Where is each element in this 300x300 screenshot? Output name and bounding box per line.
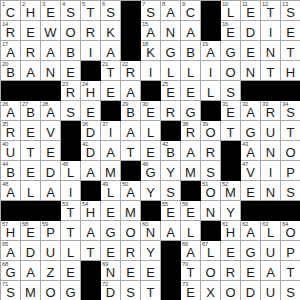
grid-cell[interactable]: L [161, 61, 181, 81]
cell-letter: R [201, 145, 220, 160]
cell-letter: R [181, 125, 200, 140]
block-cell [281, 201, 300, 221]
cell-letter: A [1, 45, 20, 60]
cell-letter: S [121, 285, 140, 300]
cell-letter: R [221, 265, 240, 280]
grid-cell[interactable]: 61H [221, 221, 241, 241]
cell-letter: T [261, 5, 280, 20]
grid-cell[interactable]: 71S [1, 281, 21, 300]
grid-cell[interactable]: O [221, 281, 241, 300]
grid-cell[interactable]: P [281, 161, 300, 181]
grid-cell[interactable]: Z [41, 261, 61, 281]
grid-cell[interactable]: 33R [261, 101, 281, 121]
grid-cell[interactable]: G [181, 101, 201, 121]
grid-cell[interactable]: N [241, 61, 261, 81]
grid-cell[interactable]: U [261, 281, 281, 300]
grid-cell[interactable]: I [261, 161, 281, 181]
grid-cell[interactable]: N [261, 41, 281, 61]
grid-cell[interactable]: T [81, 241, 101, 261]
grid-cell[interactable]: D [241, 21, 261, 41]
block-cell [121, 161, 141, 181]
grid-cell[interactable]: 45L [61, 161, 81, 181]
cell-letter: I [101, 125, 120, 140]
block-cell [61, 141, 81, 161]
grid-cell[interactable]: E [221, 241, 241, 261]
grid-cell[interactable]: 24H [81, 81, 101, 101]
grid-cell[interactable]: A [181, 21, 201, 41]
grid-cell[interactable]: 14R [1, 21, 21, 41]
cell-letter: T [261, 65, 280, 80]
grid-cell[interactable]: A [41, 41, 61, 61]
grid-cell[interactable]: 64O [281, 221, 300, 241]
grid-cell[interactable]: B [181, 41, 201, 61]
grid-cell[interactable]: 6S [101, 1, 121, 21]
grid-cell[interactable]: H [281, 61, 300, 81]
grid-cell[interactable]: E [241, 41, 261, 61]
cell-letter: S [1, 285, 20, 300]
cell-letter: Z [41, 265, 60, 280]
grid-cell[interactable]: 39O [201, 121, 221, 141]
cell-letter: U [261, 285, 280, 300]
grid-cell[interactable]: M [121, 201, 141, 221]
grid-cell[interactable]: D [41, 161, 61, 181]
grid-cell[interactable]: 31E [221, 101, 241, 121]
grid-cell[interactable]: 49L [101, 181, 121, 201]
grid-cell[interactable]: I [81, 41, 101, 61]
grid-cell[interactable]: I [141, 61, 161, 81]
cell-letter: D [101, 285, 120, 300]
grid-cell[interactable]: 30E [141, 101, 161, 121]
grid-cell[interactable]: A [81, 161, 101, 181]
grid-cell[interactable]: E [101, 241, 121, 261]
grid-cell[interactable]: D [21, 241, 41, 261]
grid-cell[interactable]: G [61, 281, 81, 300]
block-cell [41, 81, 61, 101]
cell-letter: T [281, 265, 300, 280]
block-cell [1, 201, 21, 221]
grid-cell[interactable]: A [101, 41, 121, 61]
grid-cell[interactable]: S [161, 181, 181, 201]
grid-cell[interactable]: 21T [101, 61, 121, 81]
grid-cell[interactable]: R [121, 241, 141, 261]
cell-letter: Y [161, 165, 180, 180]
grid-cell[interactable]: T [141, 281, 161, 300]
grid-cell[interactable]: T [121, 141, 141, 161]
grid-cell[interactable]: 48A [1, 181, 21, 201]
cell-letter: E [241, 185, 260, 200]
grid-cell[interactable]: M [101, 161, 121, 181]
grid-cell[interactable]: 43A [241, 141, 261, 161]
cell-letter: K [101, 25, 120, 40]
cell-letter: A [241, 105, 260, 120]
cell-letter: G [141, 165, 160, 180]
grid-cell[interactable]: 70T [181, 261, 201, 281]
grid-cell[interactable]: E [141, 141, 161, 161]
grid-cell[interactable]: T [61, 221, 81, 241]
cell-letter: A [1, 245, 20, 260]
grid-cell[interactable]: N [261, 141, 281, 161]
grid-cell[interactable]: E [241, 181, 261, 201]
grid-cell[interactable]: E [61, 61, 81, 81]
grid-cell[interactable]: 23R [61, 81, 81, 101]
cell-letter: V [41, 125, 60, 140]
cell-letter: G [61, 285, 80, 300]
cell-letter: E [61, 265, 80, 280]
block-cell [41, 201, 61, 221]
cell-letter: S [281, 5, 300, 20]
cell-letter: R [81, 25, 100, 40]
cell-letter: C [181, 5, 200, 20]
grid-cell[interactable]: Y [141, 241, 161, 261]
grid-cell[interactable]: 25E [161, 81, 181, 101]
grid-cell[interactable]: 13S [281, 1, 300, 21]
grid-cell[interactable]: T [221, 121, 241, 141]
cell-letter: E [181, 285, 200, 300]
grid-cell[interactable]: 65A [1, 241, 21, 261]
grid-cell[interactable]: 3E [41, 1, 61, 21]
cell-letter: L [161, 65, 180, 80]
grid-cell[interactable]: U [261, 241, 281, 261]
block-cell [141, 81, 161, 101]
cell-letter: L [101, 185, 120, 200]
block-cell [201, 101, 221, 121]
grid-cell[interactable]: N [41, 61, 61, 81]
grid-cell[interactable]: E [61, 261, 81, 281]
cell-letter: E [141, 265, 160, 280]
cell-letter: O [201, 185, 220, 200]
cell-letter: A [121, 85, 140, 100]
cell-letter: R [1, 125, 20, 140]
grid-cell[interactable]: E [101, 81, 121, 101]
grid-cell[interactable]: D [241, 281, 261, 300]
cell-letter: G [241, 245, 260, 260]
grid-cell[interactable]: 40U [1, 141, 21, 161]
grid-cell[interactable]: Y [141, 181, 161, 201]
cell-letter: E [41, 5, 60, 20]
grid-cell[interactable]: L [21, 181, 41, 201]
cell-letter: U [261, 245, 280, 260]
grid-cell[interactable]: E [21, 21, 41, 41]
cell-letter: E [241, 5, 260, 20]
grid-cell[interactable]: 11E [241, 1, 261, 21]
grid-cell[interactable]: X [201, 281, 221, 300]
grid-cell[interactable]: I [201, 61, 221, 81]
grid-cell[interactable]: 51O [201, 181, 221, 201]
block-cell [21, 81, 41, 101]
grid-cell[interactable]: R [81, 21, 101, 41]
grid-cell[interactable]: E [241, 261, 261, 281]
grid-cell[interactable]: T [281, 261, 300, 281]
grid-cell[interactable]: A [101, 141, 121, 161]
grid-cell[interactable]: L [61, 241, 81, 261]
cell-letter: L [261, 225, 280, 240]
grid-cell[interactable]: 46G [141, 161, 161, 181]
cell-letter: O [201, 265, 220, 280]
cell-letter: T [81, 5, 100, 20]
grid-cell[interactable]: E [41, 141, 61, 161]
grid-cell[interactable]: E [101, 201, 121, 221]
block-cell [241, 201, 261, 221]
cell-letter: E [161, 205, 180, 220]
grid-cell[interactable]: L [201, 81, 221, 101]
block-cell [161, 261, 181, 281]
grid-cell[interactable]: 67L [201, 241, 221, 261]
grid-cell[interactable]: 5T [81, 1, 101, 21]
cell-letter: E [101, 85, 120, 100]
grid-cell[interactable]: A [81, 221, 101, 241]
grid-cell[interactable]: 32A [241, 101, 261, 121]
cell-letter: A [141, 25, 160, 40]
grid-cell[interactable]: 20B [1, 61, 21, 81]
block-cell [221, 141, 241, 161]
cell-letter: H [1, 225, 20, 240]
grid-cell[interactable]: A [21, 61, 41, 81]
grid-cell[interactable]: 52M [221, 181, 241, 201]
cell-letter: G [221, 45, 240, 60]
grid-cell[interactable]: 34S [281, 101, 300, 121]
cell-letter: A [201, 45, 220, 60]
grid-cell[interactable]: W [41, 21, 61, 41]
grid-cell[interactable]: 66A [181, 241, 201, 261]
grid-cell[interactable]: 9C [181, 1, 201, 21]
block-cell [61, 121, 81, 141]
grid-cell[interactable]: 54H [81, 201, 101, 221]
grid-cell[interactable]: 47V [241, 161, 261, 181]
grid-cell[interactable]: U [261, 121, 281, 141]
grid-cell[interactable]: V [41, 121, 61, 141]
grid-cell[interactable]: L [181, 221, 201, 241]
grid-cell[interactable]: 27B [21, 101, 41, 121]
cell-letter: O [221, 65, 240, 80]
cell-letter: I [261, 165, 280, 180]
cell-letter: L [141, 125, 160, 140]
cell-letter: E [21, 125, 40, 140]
grid-cell[interactable]: 17A [1, 41, 21, 61]
grid-cell[interactable]: G [101, 221, 121, 241]
grid-cell[interactable]: Y [221, 201, 241, 221]
cell-letter: T [181, 265, 200, 280]
grid-cell[interactable]: A [261, 261, 281, 281]
cell-letter: A [181, 245, 200, 260]
cell-letter: E [241, 265, 260, 280]
cell-letter: N [141, 225, 160, 240]
grid-cell[interactable]: S [201, 161, 221, 181]
cell-letter: M [121, 205, 140, 220]
cell-letter: W [41, 25, 60, 40]
grid-cell[interactable]: E [21, 121, 41, 141]
grid-cell[interactable]: 1C [1, 1, 21, 21]
grid-cell[interactable]: S [281, 181, 300, 201]
grid-cell[interactable]: N [161, 21, 181, 41]
grid-cell[interactable]: R [221, 261, 241, 281]
grid-cell[interactable]: E [181, 81, 201, 101]
cell-letter: L [181, 65, 200, 80]
grid-cell[interactable]: 73E [181, 281, 201, 300]
grid-cell[interactable]: S [281, 281, 300, 300]
grid-cell[interactable]: 69N [101, 261, 121, 281]
grid-cell[interactable]: T [261, 61, 281, 81]
grid-cell[interactable]: E [81, 101, 101, 121]
cell-letter: T [21, 145, 40, 160]
cell-letter: L [21, 185, 40, 200]
grid-cell[interactable]: 2H [21, 1, 41, 21]
cell-letter: O [121, 225, 140, 240]
cell-letter: A [121, 185, 140, 200]
cell-letter: S [61, 5, 80, 20]
cell-letter: E [21, 225, 40, 240]
grid-cell[interactable]: B [61, 41, 81, 61]
cell-letter: A [241, 145, 260, 160]
grid-cell[interactable]: 15A [141, 21, 161, 41]
cell-letter: X [201, 285, 220, 300]
grid-cell[interactable]: T [281, 121, 300, 141]
grid-cell[interactable]: R [161, 101, 181, 121]
grid-cell[interactable]: P [281, 241, 300, 261]
cell-letter: H [21, 5, 40, 20]
cell-letter: A [261, 265, 280, 280]
grid-cell[interactable]: A [41, 181, 61, 201]
grid-cell[interactable]: 26A [1, 101, 21, 121]
cell-letter: A [1, 185, 20, 200]
cell-letter: T [281, 125, 300, 140]
cell-letter: E [241, 45, 260, 60]
grid-cell[interactable]: E [281, 21, 300, 41]
cell-letter: P [41, 225, 60, 240]
grid-cell[interactable]: 72D [101, 281, 121, 300]
grid-cell[interactable]: S [121, 281, 141, 300]
grid-cell[interactable]: 4S [61, 1, 81, 21]
grid-cell[interactable]: 56E [181, 201, 201, 221]
cell-letter: O [41, 285, 60, 300]
cell-letter: A [181, 145, 200, 160]
grid-cell[interactable]: 28A [41, 101, 61, 121]
grid-cell[interactable]: 55E [161, 201, 181, 221]
grid-cell[interactable]: 59P [41, 221, 61, 241]
block-cell [161, 121, 181, 141]
cell-letter: L [221, 5, 240, 20]
cell-letter: O [281, 225, 300, 240]
cell-letter: E [21, 165, 40, 180]
grid-cell[interactable]: A [21, 261, 41, 281]
grid-cell[interactable]: 42B [161, 141, 181, 161]
grid-cell[interactable]: N [201, 201, 221, 221]
grid-cell[interactable]: E [141, 261, 161, 281]
block-cell [21, 201, 41, 221]
grid-cell[interactable]: 36D [81, 121, 101, 141]
grid-cell[interactable]: G [161, 41, 181, 61]
grid-cell[interactable]: N [261, 181, 281, 201]
cell-letter: L [61, 245, 80, 260]
cell-letter: Y [141, 245, 160, 260]
grid-cell[interactable]: U [41, 241, 61, 261]
cell-letter: B [121, 105, 140, 120]
block-cell [161, 241, 181, 261]
cell-letter: N [261, 185, 280, 200]
cell-letter: I [261, 25, 280, 40]
grid-cell[interactable]: R [201, 141, 221, 161]
grid-cell[interactable]: K [101, 21, 121, 41]
grid-cell[interactable]: M [181, 161, 201, 181]
cell-letter: D [41, 165, 60, 180]
grid-cell[interactable]: 53T [61, 201, 81, 221]
cell-letter: B [61, 45, 80, 60]
grid-cell[interactable]: 41D [81, 141, 101, 161]
cell-letter: A [81, 165, 100, 180]
block-cell [181, 181, 201, 201]
grid-cell[interactable]: 35R [1, 121, 21, 141]
grid-cell[interactable]: M [21, 281, 41, 300]
grid-cell[interactable]: T [281, 41, 300, 61]
grid-cell[interactable]: G [241, 241, 261, 261]
grid-cell[interactable]: G [241, 121, 261, 141]
grid-cell[interactable]: 38R [181, 121, 201, 141]
grid-cell[interactable]: 12T [261, 1, 281, 21]
grid-cell[interactable]: A [121, 121, 141, 141]
grid-cell[interactable]: I [61, 181, 81, 201]
grid-cell[interactable]: A [161, 221, 181, 241]
grid-cell[interactable]: 50A [121, 181, 141, 201]
grid-cell[interactable]: R [21, 41, 41, 61]
grid-cell[interactable]: O [281, 141, 300, 161]
grid-cell[interactable]: 16E [221, 21, 241, 41]
grid-cell[interactable]: A [121, 81, 141, 101]
grid-cell[interactable]: O [201, 261, 221, 281]
cell-letter: P [281, 245, 300, 260]
cell-letter: I [201, 65, 220, 80]
grid-cell[interactable]: 7S [141, 1, 161, 21]
grid-cell[interactable]: 29B [121, 101, 141, 121]
grid-cell[interactable]: 8A [161, 1, 181, 21]
block-cell [121, 1, 141, 21]
grid-cell[interactable]: S [221, 81, 241, 101]
cell-letter: A [21, 265, 40, 280]
grid-cell[interactable]: G [221, 41, 241, 61]
grid-cell[interactable]: E [21, 161, 41, 181]
grid-cell[interactable]: 57H [1, 221, 21, 241]
grid-cell[interactable]: 44B [1, 161, 21, 181]
grid-cell[interactable]: O [121, 221, 141, 241]
grid-cell[interactable]: L [141, 121, 161, 141]
grid-cell[interactable]: 68G [1, 261, 21, 281]
cell-letter: A [101, 45, 120, 60]
cell-letter: T [221, 125, 240, 140]
grid-cell[interactable]: 10L [221, 1, 241, 21]
cell-letter: O [221, 285, 240, 300]
grid-cell[interactable]: I [261, 21, 281, 41]
grid-cell[interactable]: 22R [121, 61, 141, 81]
cell-letter: T [101, 65, 120, 80]
grid-cell[interactable]: 19A [201, 41, 221, 61]
grid-cell[interactable]: T [21, 141, 41, 161]
grid-cell[interactable]: O [61, 21, 81, 41]
grid-cell[interactable]: L [181, 61, 201, 81]
grid-cell[interactable]: S [61, 101, 81, 121]
cell-letter: T [61, 205, 80, 220]
grid-cell[interactable]: 18K [141, 41, 161, 61]
cell-letter: E [21, 25, 40, 40]
grid-cell[interactable]: Y [161, 161, 181, 181]
cell-letter: S [281, 185, 300, 200]
grid-cell[interactable]: 60N [141, 221, 161, 241]
grid-cell[interactable]: 37I [101, 121, 121, 141]
grid-cell[interactable]: O [41, 281, 61, 300]
grid-cell[interactable]: 58E [21, 221, 41, 241]
grid-cell[interactable]: 62A [241, 221, 261, 241]
grid-cell[interactable]: 63L [261, 221, 281, 241]
grid-cell[interactable]: E [121, 261, 141, 281]
grid-cell[interactable]: A [181, 141, 201, 161]
grid-cell[interactable]: O [221, 61, 241, 81]
